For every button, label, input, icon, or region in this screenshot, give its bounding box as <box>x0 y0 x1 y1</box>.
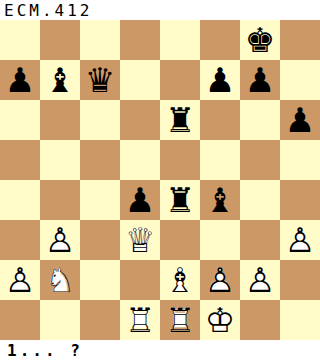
square-h4[interactable] <box>280 180 320 220</box>
square-g1[interactable] <box>240 300 280 340</box>
square-h7[interactable] <box>280 60 320 100</box>
square-a8[interactable] <box>0 20 40 60</box>
square-e1[interactable]: ♜♖ <box>160 300 200 340</box>
square-f8[interactable] <box>200 20 240 60</box>
square-c4[interactable] <box>80 180 120 220</box>
square-b4[interactable] <box>40 180 80 220</box>
square-h6[interactable]: ♟ <box>280 100 320 140</box>
footer: 1... ? <box>0 340 320 360</box>
piece-wQ: ♕ <box>120 220 160 260</box>
square-c2[interactable] <box>80 260 120 300</box>
piece-bR: ♜ <box>160 100 200 140</box>
piece-fill-layer: ♟ <box>200 260 240 300</box>
piece-bP: ♟ <box>120 180 160 220</box>
piece-bQ: ♛ <box>80 60 120 100</box>
square-b5[interactable] <box>40 140 80 180</box>
square-e8[interactable] <box>160 20 200 60</box>
piece-bB: ♝ <box>200 180 240 220</box>
square-a7[interactable]: ♟ <box>0 60 40 100</box>
square-d4[interactable]: ♟ <box>120 180 160 220</box>
square-e5[interactable] <box>160 140 200 180</box>
piece-bP: ♟ <box>0 60 40 100</box>
square-f1[interactable]: ♚♔ <box>200 300 240 340</box>
piece-bK: ♚ <box>240 20 280 60</box>
square-h5[interactable] <box>280 140 320 180</box>
square-c7[interactable]: ♛ <box>80 60 120 100</box>
square-e3[interactable] <box>160 220 200 260</box>
square-f3[interactable] <box>200 220 240 260</box>
piece-fill-layer: ♞ <box>40 260 80 300</box>
square-a4[interactable] <box>0 180 40 220</box>
piece-fill-layer: ♚ <box>200 300 240 340</box>
square-e7[interactable] <box>160 60 200 100</box>
square-f2[interactable]: ♟♙ <box>200 260 240 300</box>
piece-bR: ♜ <box>160 180 200 220</box>
square-c1[interactable] <box>80 300 120 340</box>
piece-fill-layer: ♜ <box>160 300 200 340</box>
square-d7[interactable] <box>120 60 160 100</box>
square-e6[interactable]: ♜ <box>160 100 200 140</box>
square-g6[interactable] <box>240 100 280 140</box>
piece-wP: ♙ <box>40 220 80 260</box>
square-b6[interactable] <box>40 100 80 140</box>
square-c6[interactable] <box>80 100 120 140</box>
square-d5[interactable] <box>120 140 160 180</box>
piece-fill-layer: ♜ <box>120 300 160 340</box>
piece-fill-layer: ♟ <box>240 260 280 300</box>
square-a5[interactable] <box>0 140 40 180</box>
square-b3[interactable]: ♟♙ <box>40 220 80 260</box>
square-b2[interactable]: ♞♘ <box>40 260 80 300</box>
square-e2[interactable]: ♝♗ <box>160 260 200 300</box>
square-g3[interactable] <box>240 220 280 260</box>
header: ECM.412 <box>0 0 320 20</box>
piece-bB: ♝ <box>40 60 80 100</box>
piece-wB: ♗ <box>160 260 200 300</box>
square-c5[interactable] <box>80 140 120 180</box>
square-d8[interactable] <box>120 20 160 60</box>
square-g5[interactable] <box>240 140 280 180</box>
square-d1[interactable]: ♜♖ <box>120 300 160 340</box>
square-g8[interactable]: ♚ <box>240 20 280 60</box>
square-f7[interactable]: ♟ <box>200 60 240 100</box>
square-d6[interactable] <box>120 100 160 140</box>
piece-fill-layer: ♟ <box>280 220 320 260</box>
square-b8[interactable] <box>40 20 80 60</box>
square-f4[interactable]: ♝ <box>200 180 240 220</box>
square-a2[interactable]: ♟♙ <box>0 260 40 300</box>
square-a3[interactable] <box>0 220 40 260</box>
square-c8[interactable] <box>80 20 120 60</box>
piece-wP: ♙ <box>0 260 40 300</box>
piece-wR: ♖ <box>120 300 160 340</box>
piece-bP: ♟ <box>240 60 280 100</box>
square-b1[interactable] <box>40 300 80 340</box>
piece-wR: ♖ <box>160 300 200 340</box>
square-g2[interactable]: ♟♙ <box>240 260 280 300</box>
square-h1[interactable] <box>280 300 320 340</box>
square-g4[interactable] <box>240 180 280 220</box>
move-prompt: 1... ? <box>7 341 83 360</box>
piece-wP: ♙ <box>240 260 280 300</box>
square-e4[interactable]: ♜ <box>160 180 200 220</box>
square-a1[interactable] <box>0 300 40 340</box>
piece-fill-layer: ♝ <box>160 260 200 300</box>
piece-fill-layer: ♟ <box>40 220 80 260</box>
square-a6[interactable] <box>0 100 40 140</box>
square-h2[interactable] <box>280 260 320 300</box>
square-b7[interactable]: ♝ <box>40 60 80 100</box>
piece-wN: ♘ <box>40 260 80 300</box>
piece-wK: ♔ <box>200 300 240 340</box>
square-h8[interactable] <box>280 20 320 60</box>
square-d3[interactable]: ♛♕ <box>120 220 160 260</box>
square-c3[interactable] <box>80 220 120 260</box>
piece-fill-layer: ♛ <box>120 220 160 260</box>
square-f5[interactable] <box>200 140 240 180</box>
problem-title: ECM.412 <box>4 1 92 20</box>
square-f6[interactable] <box>200 100 240 140</box>
square-h3[interactable]: ♟♙ <box>280 220 320 260</box>
piece-fill-layer: ♟ <box>0 260 40 300</box>
chess-problem-page: ECM.412 ♚♟♝♛♟♟♜♟♟♜♝♟♙♛♕♟♙♟♙♞♘♝♗♟♙♟♙♜♖♜♖♚… <box>0 0 320 360</box>
piece-bP: ♟ <box>200 60 240 100</box>
piece-bP: ♟ <box>280 100 320 140</box>
piece-wP: ♙ <box>280 220 320 260</box>
square-d2[interactable] <box>120 260 160 300</box>
chess-board: ♚♟♝♛♟♟♜♟♟♜♝♟♙♛♕♟♙♟♙♞♘♝♗♟♙♟♙♜♖♜♖♚♔ <box>0 20 320 340</box>
piece-wP: ♙ <box>200 260 240 300</box>
square-g7[interactable]: ♟ <box>240 60 280 100</box>
